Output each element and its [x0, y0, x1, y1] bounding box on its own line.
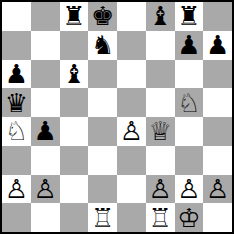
square-e2[interactable]: [117, 175, 146, 204]
piece-black-queen: ♛: [5, 90, 28, 116]
square-h6[interactable]: [203, 60, 232, 89]
square-d5[interactable]: [88, 88, 117, 117]
square-e7[interactable]: [117, 31, 146, 60]
square-b5[interactable]: [31, 88, 60, 117]
square-a2[interactable]: ♙: [2, 175, 31, 204]
square-h2[interactable]: ♙: [203, 175, 232, 204]
square-d7[interactable]: ♞: [88, 31, 117, 60]
square-e3[interactable]: [117, 146, 146, 175]
piece-black-rook: ♜: [62, 3, 85, 29]
square-g6[interactable]: [175, 60, 204, 89]
square-c5[interactable]: [60, 88, 89, 117]
square-a1[interactable]: [2, 203, 31, 232]
piece-black-pawn: ♟: [177, 32, 200, 58]
piece-black-bishop: ♝: [148, 3, 171, 29]
square-g1[interactable]: ♔: [175, 203, 204, 232]
piece-white-pawn: ♙: [177, 176, 200, 202]
piece-black-bishop: ♝: [62, 61, 85, 87]
square-b2[interactable]: ♙: [31, 175, 60, 204]
square-b6[interactable]: [31, 60, 60, 89]
piece-white-pawn: ♙: [5, 176, 28, 202]
square-c2[interactable]: [60, 175, 89, 204]
square-h8[interactable]: [203, 2, 232, 31]
square-f5[interactable]: [146, 88, 175, 117]
chessboard-container: ♜♚♝♜♞♟♟♟♝♛♘♘♟♙♕♙♙♙♙♙♖♖♔: [0, 0, 234, 234]
piece-black-knight: ♞: [91, 32, 114, 58]
square-d8[interactable]: ♚: [88, 2, 117, 31]
piece-white-queen: ♕: [148, 118, 171, 144]
piece-white-knight: ♘: [177, 90, 200, 116]
square-g5[interactable]: ♘: [175, 88, 204, 117]
square-c1[interactable]: [60, 203, 89, 232]
square-f7[interactable]: [146, 31, 175, 60]
square-h1[interactable]: [203, 203, 232, 232]
square-d1[interactable]: ♖: [88, 203, 117, 232]
piece-white-pawn: ♙: [206, 176, 229, 202]
square-b3[interactable]: [31, 146, 60, 175]
square-f8[interactable]: ♝: [146, 2, 175, 31]
square-g4[interactable]: [175, 117, 204, 146]
square-b8[interactable]: [31, 2, 60, 31]
piece-black-pawn: ♟: [33, 118, 56, 144]
square-g2[interactable]: ♙: [175, 175, 204, 204]
square-d2[interactable]: [88, 175, 117, 204]
square-e4[interactable]: ♙: [117, 117, 146, 146]
square-c8[interactable]: ♜: [60, 2, 89, 31]
square-a6[interactable]: ♟: [2, 60, 31, 89]
piece-white-knight: ♘: [5, 118, 28, 144]
square-c7[interactable]: [60, 31, 89, 60]
square-h4[interactable]: [203, 117, 232, 146]
piece-black-king: ♚: [91, 3, 114, 29]
square-a4[interactable]: ♘: [2, 117, 31, 146]
square-c6[interactable]: ♝: [60, 60, 89, 89]
square-f3[interactable]: [146, 146, 175, 175]
square-a7[interactable]: [2, 31, 31, 60]
piece-white-rook: ♖: [91, 205, 114, 231]
square-f1[interactable]: ♖: [146, 203, 175, 232]
square-b4[interactable]: ♟: [31, 117, 60, 146]
square-d4[interactable]: [88, 117, 117, 146]
piece-white-rook: ♖: [148, 205, 171, 231]
piece-white-king: ♔: [177, 205, 200, 231]
square-a3[interactable]: [2, 146, 31, 175]
piece-black-pawn: ♟: [206, 32, 229, 58]
square-h3[interactable]: [203, 146, 232, 175]
square-c4[interactable]: [60, 117, 89, 146]
piece-white-pawn: ♙: [120, 118, 143, 144]
square-c3[interactable]: [60, 146, 89, 175]
square-b7[interactable]: [31, 31, 60, 60]
square-a5[interactable]: ♛: [2, 88, 31, 117]
square-e5[interactable]: [117, 88, 146, 117]
square-g7[interactable]: ♟: [175, 31, 204, 60]
square-f6[interactable]: [146, 60, 175, 89]
square-a8[interactable]: [2, 2, 31, 31]
square-d3[interactable]: [88, 146, 117, 175]
square-f2[interactable]: ♙: [146, 175, 175, 204]
piece-white-pawn: ♙: [33, 176, 56, 202]
square-d6[interactable]: [88, 60, 117, 89]
square-e1[interactable]: [117, 203, 146, 232]
square-b1[interactable]: [31, 203, 60, 232]
square-h5[interactable]: [203, 88, 232, 117]
piece-white-pawn: ♙: [148, 176, 171, 202]
square-f4[interactable]: ♕: [146, 117, 175, 146]
square-g3[interactable]: [175, 146, 204, 175]
piece-black-rook: ♜: [177, 3, 200, 29]
square-e6[interactable]: [117, 60, 146, 89]
piece-black-pawn: ♟: [5, 61, 28, 87]
square-e8[interactable]: [117, 2, 146, 31]
square-h7[interactable]: ♟: [203, 31, 232, 60]
square-g8[interactable]: ♜: [175, 2, 204, 31]
chess-board: ♜♚♝♜♞♟♟♟♝♛♘♘♟♙♕♙♙♙♙♙♖♖♔: [0, 0, 234, 234]
